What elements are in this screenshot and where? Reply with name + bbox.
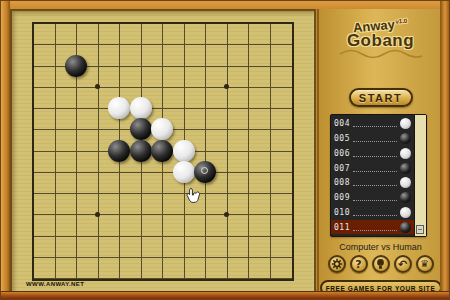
white-stone-icon xyxy=(400,177,411,188)
board-cell[interactable] xyxy=(142,194,164,215)
board-cell[interactable] xyxy=(271,258,293,279)
board-cell[interactable] xyxy=(271,237,293,258)
board-cell[interactable] xyxy=(142,45,164,66)
board-cell[interactable] xyxy=(120,194,142,215)
board-cell[interactable] xyxy=(206,215,228,236)
board-cell[interactable] xyxy=(185,109,207,130)
board-cell[interactable] xyxy=(99,215,121,236)
board-cell[interactable] xyxy=(77,88,99,109)
board-cell[interactable] xyxy=(77,173,99,194)
black-stone-icon xyxy=(400,163,411,174)
board-cell[interactable] xyxy=(249,194,271,215)
board-cell[interactable] xyxy=(163,194,185,215)
board-cell[interactable] xyxy=(228,24,250,45)
board-cell[interactable] xyxy=(142,173,164,194)
dotted-leader xyxy=(353,150,397,157)
white-stone xyxy=(108,97,130,119)
window-frame-bottom xyxy=(1,291,449,299)
board-cell[interactable] xyxy=(271,194,293,215)
board-cell[interactable] xyxy=(77,24,99,45)
board-cell[interactable] xyxy=(185,88,207,109)
move-row[interactable]: 011 xyxy=(331,220,414,234)
board-cell[interactable] xyxy=(99,194,121,215)
board-cell[interactable] xyxy=(163,237,185,258)
move-list-scrollbar[interactable] xyxy=(414,115,426,236)
board-cell[interactable] xyxy=(228,258,250,279)
board-cell[interactable] xyxy=(185,24,207,45)
board-cell[interactable] xyxy=(56,194,78,215)
black-stone xyxy=(151,140,173,162)
board-cell[interactable] xyxy=(120,67,142,88)
board-cell[interactable] xyxy=(34,194,56,215)
move-number: 010 xyxy=(334,208,350,217)
black-stone xyxy=(65,55,87,77)
board-cell[interactable] xyxy=(163,67,185,88)
board-cell[interactable] xyxy=(120,24,142,45)
board-cell[interactable] xyxy=(56,152,78,173)
board-cell[interactable] xyxy=(99,45,121,66)
board-cell[interactable] xyxy=(163,24,185,45)
board-cell[interactable] xyxy=(271,130,293,151)
board-cell[interactable] xyxy=(206,88,228,109)
white-stone-icon xyxy=(400,207,411,218)
board-cell[interactable] xyxy=(249,109,271,130)
board-cell[interactable] xyxy=(163,215,185,236)
undo-button[interactable]: ↶ xyxy=(394,255,412,273)
board-cell[interactable] xyxy=(206,237,228,258)
crown-icon: ♛ xyxy=(420,259,429,269)
board-cell[interactable] xyxy=(34,258,56,279)
lightbulb-icon xyxy=(375,258,386,270)
board-cell[interactable] xyxy=(185,67,207,88)
board-cell[interactable] xyxy=(142,67,164,88)
move-number: 005 xyxy=(334,134,350,143)
logo-version: v1.0 xyxy=(396,17,408,24)
move-number: 011 xyxy=(334,223,350,232)
board-cell[interactable] xyxy=(56,130,78,151)
site-url-text: WWW.ANWAY.NET xyxy=(26,281,84,287)
board-cell[interactable] xyxy=(228,45,250,66)
board-cell[interactable] xyxy=(142,24,164,45)
board-cell[interactable] xyxy=(249,130,271,151)
board-cell[interactable] xyxy=(34,215,56,236)
board-cell[interactable] xyxy=(249,237,271,258)
board-cell[interactable] xyxy=(56,215,78,236)
question-icon: ? xyxy=(355,259,361,270)
board-cell[interactable] xyxy=(34,109,56,130)
board-cell[interactable] xyxy=(56,237,78,258)
board-cell[interactable] xyxy=(271,24,293,45)
board-cell[interactable] xyxy=(99,237,121,258)
dotted-leader xyxy=(353,135,397,142)
board-cell[interactable] xyxy=(249,215,271,236)
start-button[interactable]: START xyxy=(349,88,413,107)
board-cell[interactable] xyxy=(163,258,185,279)
board-cell[interactable] xyxy=(271,88,293,109)
white-stone xyxy=(130,97,152,119)
dotted-leader xyxy=(353,179,397,186)
board-cell[interactable] xyxy=(34,152,56,173)
flourish-icon xyxy=(337,49,425,59)
star-point xyxy=(224,212,229,217)
dotted-leader xyxy=(353,194,397,201)
board-cell[interactable] xyxy=(142,237,164,258)
board-cell[interactable] xyxy=(271,173,293,194)
board-cell[interactable] xyxy=(249,45,271,66)
board-cell[interactable] xyxy=(185,237,207,258)
board-cell[interactable] xyxy=(142,258,164,279)
board-cell[interactable] xyxy=(228,88,250,109)
move-list: 004005006007008009010011 xyxy=(330,114,427,237)
board-cell[interactable] xyxy=(206,24,228,45)
black-stone-icon xyxy=(400,222,411,233)
board-cell[interactable] xyxy=(249,258,271,279)
board-cell[interactable] xyxy=(120,237,142,258)
settings-button[interactable] xyxy=(328,255,346,273)
white-stone-icon xyxy=(400,118,411,129)
board-cell[interactable] xyxy=(228,194,250,215)
undo-arrow-icon: ↶ xyxy=(398,259,407,270)
board-cell[interactable] xyxy=(34,45,56,66)
board-cell[interactable] xyxy=(56,173,78,194)
icon-button-row: ? ↶ ♛ xyxy=(319,255,442,273)
board-cell[interactable] xyxy=(34,67,56,88)
board-cell[interactable] xyxy=(77,109,99,130)
white-stone xyxy=(173,161,195,183)
white-stone-icon xyxy=(400,148,411,159)
star-point xyxy=(95,212,100,217)
hand-cursor-icon xyxy=(185,187,201,205)
board-cell[interactable] xyxy=(56,258,78,279)
board-cell[interactable] xyxy=(185,215,207,236)
board-cell[interactable] xyxy=(34,173,56,194)
board-cell[interactable] xyxy=(228,109,250,130)
board-cell[interactable] xyxy=(34,24,56,45)
dotted-leader xyxy=(353,224,397,231)
board-cell[interactable] xyxy=(77,215,99,236)
control-panel: Anwayv1.0 Gobang START 00400500600700800… xyxy=(317,9,442,294)
dotted-leader xyxy=(353,120,397,127)
black-stone xyxy=(108,140,130,162)
game-logo: Anwayv1.0 Gobang xyxy=(319,17,442,59)
board-cell[interactable] xyxy=(56,24,78,45)
board-cell[interactable] xyxy=(271,215,293,236)
board-cell[interactable] xyxy=(228,237,250,258)
dotted-leader xyxy=(353,209,397,216)
move-number: 007 xyxy=(334,164,350,173)
board-cell[interactable] xyxy=(34,237,56,258)
move-row[interactable]: 009 xyxy=(331,191,414,205)
board-cell[interactable] xyxy=(271,152,293,173)
board-cell[interactable] xyxy=(34,130,56,151)
board-cell[interactable] xyxy=(271,67,293,88)
last-move-marker xyxy=(201,167,208,174)
board-cell[interactable] xyxy=(185,258,207,279)
black-stone-icon xyxy=(400,133,411,144)
board-cell[interactable] xyxy=(185,45,207,66)
board-cell[interactable] xyxy=(206,109,228,130)
move-number: 006 xyxy=(334,149,350,158)
logo-title: Gobang xyxy=(319,32,442,50)
gear-icon xyxy=(331,258,343,270)
board-cell[interactable] xyxy=(142,215,164,236)
board-cell[interactable] xyxy=(99,67,121,88)
black-stone-icon xyxy=(400,192,411,203)
board-cell[interactable] xyxy=(99,258,121,279)
board-cell[interactable] xyxy=(271,45,293,66)
goban[interactable] xyxy=(32,22,294,281)
board-cell[interactable] xyxy=(249,24,271,45)
scrollbar-thumb[interactable] xyxy=(416,225,424,234)
board-cell[interactable] xyxy=(120,215,142,236)
board-cell[interactable] xyxy=(206,45,228,66)
board-cell[interactable] xyxy=(77,237,99,258)
board-cell[interactable] xyxy=(56,109,78,130)
gobang-game-window: WWW.ANWAY.NET Anwayv1.0 Gobang START 004… xyxy=(0,0,450,300)
move-row[interactable]: 006 xyxy=(331,146,414,160)
board-cell[interactable] xyxy=(249,152,271,173)
move-number: 008 xyxy=(334,178,350,187)
board-panel: WWW.ANWAY.NET xyxy=(10,9,316,294)
move-rows: 004005006007008009010011 xyxy=(331,115,414,236)
move-row[interactable]: 004 xyxy=(331,117,414,131)
black-stone xyxy=(130,140,152,162)
board-cell[interactable] xyxy=(34,88,56,109)
board-cell[interactable] xyxy=(99,173,121,194)
move-row[interactable]: 005 xyxy=(331,132,414,146)
board-cell[interactable] xyxy=(120,173,142,194)
board-cell[interactable] xyxy=(249,173,271,194)
move-row[interactable]: 010 xyxy=(331,205,414,219)
board-cell[interactable] xyxy=(77,152,99,173)
board-cell[interactable] xyxy=(249,67,271,88)
rank-button[interactable]: ♛ xyxy=(416,255,434,273)
dotted-leader xyxy=(353,165,397,172)
board-cell[interactable] xyxy=(120,45,142,66)
board-cell[interactable] xyxy=(228,67,250,88)
black-stone xyxy=(130,118,152,140)
board-cell[interactable] xyxy=(228,215,250,236)
game-mode-label: Computer vs Human xyxy=(319,242,442,252)
white-stone xyxy=(173,140,195,162)
board-cell[interactable] xyxy=(77,130,99,151)
board-cell[interactable] xyxy=(249,88,271,109)
move-row[interactable]: 007 xyxy=(331,161,414,175)
board-cell[interactable] xyxy=(228,173,250,194)
move-number: 004 xyxy=(334,119,350,128)
board-cell[interactable] xyxy=(99,24,121,45)
black-stone xyxy=(194,161,216,183)
hint-button[interactable] xyxy=(372,255,390,273)
board-cell[interactable] xyxy=(120,258,142,279)
board-cell[interactable] xyxy=(228,130,250,151)
help-button[interactable]: ? xyxy=(350,255,368,273)
move-number: 009 xyxy=(334,193,350,202)
board-cell[interactable] xyxy=(163,88,185,109)
board-cell[interactable] xyxy=(56,88,78,109)
move-row[interactable]: 008 xyxy=(331,176,414,190)
board-cell[interactable] xyxy=(206,130,228,151)
board-cell[interactable] xyxy=(228,152,250,173)
board-cell[interactable] xyxy=(271,109,293,130)
board-cell[interactable] xyxy=(206,258,228,279)
board-cell[interactable] xyxy=(77,258,99,279)
board-cell[interactable] xyxy=(163,45,185,66)
